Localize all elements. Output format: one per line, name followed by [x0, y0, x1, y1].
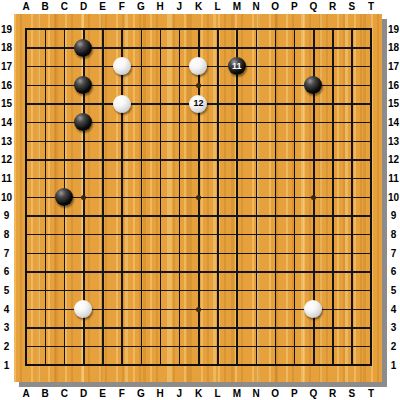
coord-left-15: 15	[0, 97, 13, 110]
coord-right-15: 15	[387, 97, 400, 110]
coord-top-D: D	[74, 0, 93, 13]
coord-left-14: 14	[0, 116, 13, 129]
coord-left-1: 1	[0, 359, 13, 372]
black-stone-C10	[55, 188, 73, 206]
coord-left-3: 3	[0, 321, 13, 334]
coord-top-F: F	[112, 0, 131, 13]
coord-top-A: A	[17, 0, 36, 13]
coord-bottom-C: C	[55, 387, 74, 400]
coord-top-L: L	[208, 0, 227, 13]
coord-top-Q: Q	[304, 0, 323, 13]
coord-left-17: 17	[0, 60, 13, 73]
coord-right-14: 14	[387, 116, 400, 129]
white-stone-F15	[113, 95, 131, 113]
coord-bottom-D: D	[74, 387, 93, 400]
coord-bottom-M: M	[227, 387, 246, 400]
coord-left-6: 6	[0, 265, 13, 278]
coord-left-16: 16	[0, 79, 13, 92]
coord-left-7: 7	[0, 247, 13, 260]
coord-bottom-E: E	[93, 387, 112, 400]
move-number-label: 12	[193, 99, 203, 108]
coord-top-G: G	[132, 0, 151, 13]
coord-right-13: 13	[387, 135, 400, 148]
coord-top-N: N	[247, 0, 266, 13]
coord-left-18: 18	[0, 41, 13, 54]
white-stone-Q4	[304, 300, 322, 318]
coord-right-11: 11	[387, 172, 400, 185]
coord-bottom-B: B	[36, 387, 55, 400]
coord-left-9: 9	[0, 209, 13, 222]
coord-right-19: 19	[387, 23, 400, 36]
coord-right-9: 9	[387, 209, 400, 222]
coord-top-E: E	[93, 0, 112, 13]
coord-left-19: 19	[0, 23, 13, 36]
white-stone-D4	[74, 300, 92, 318]
white-stone-F17	[113, 57, 131, 75]
coord-bottom-K: K	[189, 387, 208, 400]
coord-bottom-H: H	[151, 387, 170, 400]
black-stone-Q16	[304, 76, 322, 94]
coord-right-6: 6	[387, 265, 400, 278]
coord-right-4: 4	[387, 303, 400, 316]
coord-bottom-S: S	[342, 387, 361, 400]
coord-bottom-R: R	[323, 387, 342, 400]
black-stone-D16	[74, 76, 92, 94]
coord-top-J: J	[170, 0, 189, 13]
coord-right-10: 10	[387, 191, 400, 204]
coord-right-8: 8	[387, 228, 400, 241]
coord-top-T: T	[362, 0, 381, 13]
goban[interactable]: 1112	[14, 14, 382, 382]
coord-left-4: 4	[0, 303, 13, 316]
coord-right-5: 5	[387, 284, 400, 297]
coord-bottom-P: P	[285, 387, 304, 400]
coord-right-7: 7	[387, 247, 400, 260]
coord-left-10: 10	[0, 191, 13, 204]
coord-right-3: 3	[387, 321, 400, 334]
black-stone-D18	[74, 39, 92, 57]
coord-top-O: O	[266, 0, 285, 13]
coord-bottom-A: A	[17, 387, 36, 400]
coord-bottom-L: L	[208, 387, 227, 400]
coord-right-18: 18	[387, 41, 400, 54]
stone-grid: 1112	[16, 20, 380, 374]
coord-bottom-J: J	[170, 387, 189, 400]
coord-top-C: C	[55, 0, 74, 13]
move-number-label: 11	[232, 62, 242, 71]
coord-top-P: P	[285, 0, 304, 13]
white-stone-K17	[189, 57, 207, 75]
coord-top-B: B	[36, 0, 55, 13]
coord-right-1: 1	[387, 359, 400, 372]
coord-bottom-F: F	[112, 387, 131, 400]
coord-bottom-N: N	[247, 387, 266, 400]
coord-left-12: 12	[0, 153, 13, 166]
coord-left-8: 8	[0, 228, 13, 241]
coord-top-S: S	[342, 0, 361, 13]
white-stone-K15-move-12: 12	[189, 95, 207, 113]
coord-left-5: 5	[0, 284, 13, 297]
coord-left-11: 11	[0, 172, 13, 185]
go-board-diagram: 1112 AABBCCDDEEFFGGHHJJKKLLMMNNOOPPQQRRS…	[0, 0, 400, 400]
coord-top-R: R	[323, 0, 342, 13]
coord-right-16: 16	[387, 79, 400, 92]
coord-bottom-T: T	[362, 387, 381, 400]
black-stone-M17-move-11: 11	[228, 57, 246, 75]
coord-bottom-O: O	[266, 387, 285, 400]
coord-right-2: 2	[387, 340, 400, 353]
coord-top-K: K	[189, 0, 208, 13]
coord-left-13: 13	[0, 135, 13, 148]
black-stone-D14	[74, 113, 92, 131]
coord-bottom-Q: Q	[304, 387, 323, 400]
coord-right-17: 17	[387, 60, 400, 73]
coord-bottom-G: G	[132, 387, 151, 400]
coord-top-H: H	[151, 0, 170, 13]
coord-top-M: M	[227, 0, 246, 13]
coord-left-2: 2	[0, 340, 13, 353]
coord-right-12: 12	[387, 153, 400, 166]
